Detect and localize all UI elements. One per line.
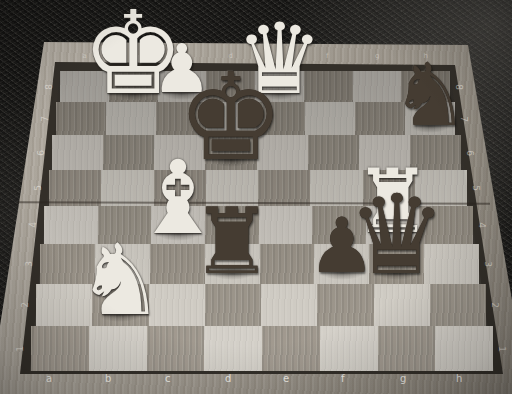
photo-scene: abcdefghabcdefgh1234567812345678 ♚♟♛♞♚♜♝… (0, 0, 512, 394)
square-d1[interactable] (204, 326, 262, 371)
square-h1[interactable] (435, 326, 493, 371)
square-f1[interactable] (320, 326, 378, 371)
square-a6[interactable] (52, 135, 103, 170)
square-e1[interactable] (262, 326, 320, 371)
black-pawn-f3[interactable]: ♟ (308, 208, 376, 284)
black-knight-h7[interactable]: ♞ (391, 52, 469, 139)
square-g1[interactable] (378, 326, 436, 371)
white-knight-b2[interactable]: ♞ (76, 231, 164, 329)
square-a5[interactable] (49, 170, 101, 206)
square-f6[interactable] (308, 135, 359, 170)
black-rook-d3[interactable]: ♜ (191, 196, 273, 287)
